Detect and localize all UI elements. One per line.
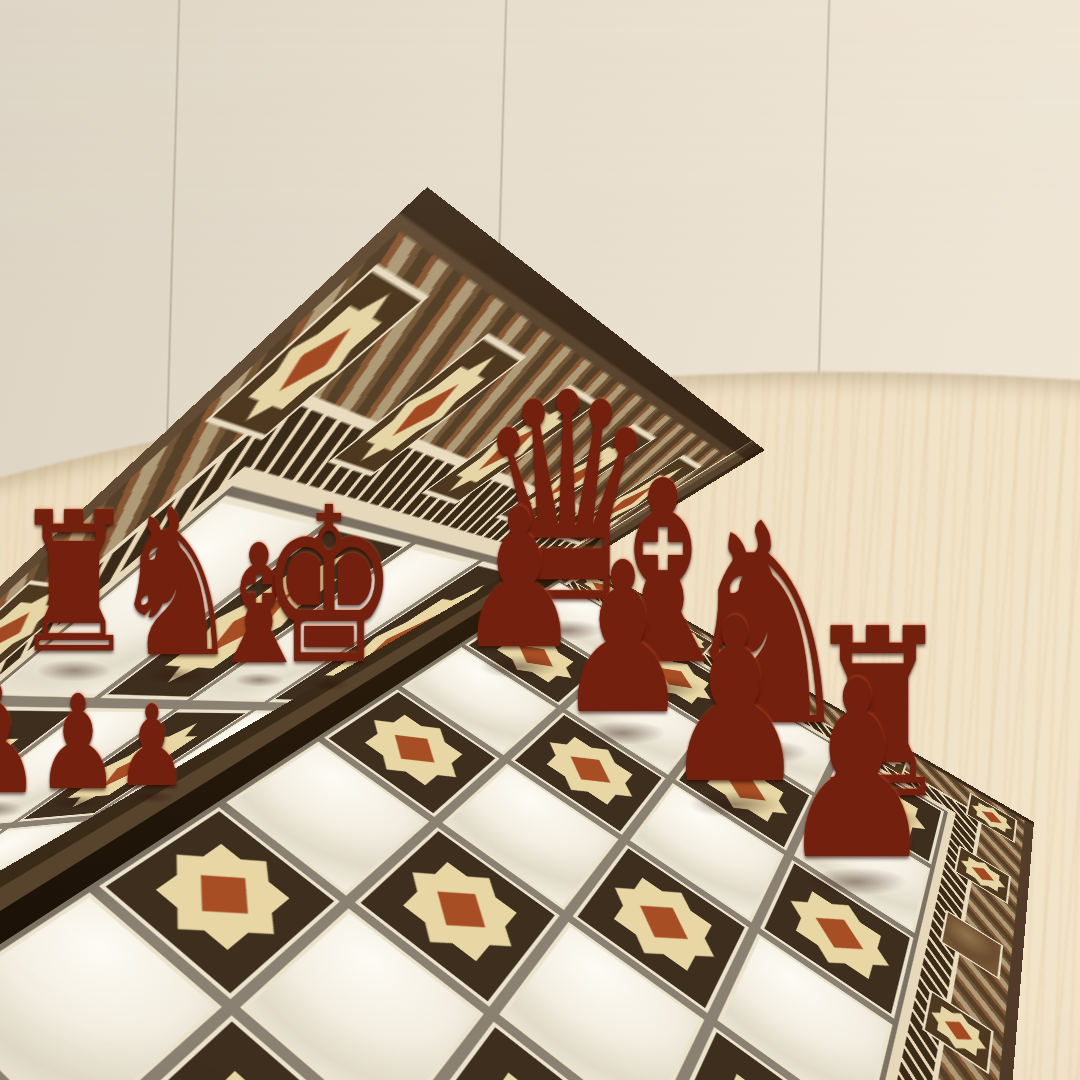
star-mosaic-motif [201,875,248,914]
photo-stage: ♜♞♝♚♛♝♞♜♟♟♟♟♟♟♟♟ [0,0,1080,1080]
star-mosaic-motif [155,1072,320,1080]
